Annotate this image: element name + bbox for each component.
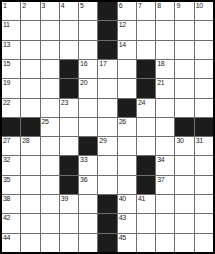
white-cell-r2-c7[interactable]: 12 bbox=[118, 21, 136, 39]
white-cell-r1-c4[interactable]: 4 bbox=[60, 2, 78, 20]
clue-number-11: 11 bbox=[3, 21, 10, 29]
white-cell-r8-c10[interactable]: 30 bbox=[175, 137, 193, 155]
white-cell-r6-c5[interactable] bbox=[79, 99, 97, 117]
clue-number-12: 12 bbox=[119, 21, 126, 29]
white-cell-r3-c10[interactable] bbox=[175, 41, 193, 59]
white-cell-r6-c8[interactable]: 24 bbox=[137, 99, 155, 117]
black-cell-r7-c1 bbox=[2, 118, 20, 136]
white-cell-r7-c8[interactable] bbox=[137, 118, 155, 136]
clue-number-28: 28 bbox=[22, 137, 29, 145]
white-cell-r1-c1[interactable]: 1 bbox=[2, 2, 20, 20]
black-cell-r4-c8 bbox=[137, 60, 155, 78]
crossword-page: 1234567891011121314151617181920212223242… bbox=[0, 0, 215, 254]
white-cell-r8-c4[interactable] bbox=[60, 137, 78, 155]
clue-number-16: 16 bbox=[80, 60, 87, 68]
white-cell-r8-c7[interactable] bbox=[118, 137, 136, 155]
clue-number-43: 43 bbox=[119, 214, 126, 222]
black-cell-r13-c6 bbox=[98, 234, 116, 252]
white-cell-r10-c5[interactable]: 36 bbox=[79, 176, 97, 194]
clue-number-2: 2 bbox=[22, 2, 26, 10]
white-cell-r8-c11[interactable]: 31 bbox=[195, 137, 213, 155]
white-cell-r3-c9[interactable] bbox=[156, 41, 174, 59]
white-cell-r3-c11[interactable] bbox=[195, 41, 213, 59]
white-cell-r13-c2[interactable] bbox=[21, 234, 39, 252]
crossword-board: 1234567891011121314151617181920212223242… bbox=[0, 0, 215, 254]
clue-number-23: 23 bbox=[61, 99, 68, 107]
clue-number-4: 4 bbox=[61, 2, 65, 10]
white-cell-r4-c9[interactable]: 18 bbox=[156, 60, 174, 78]
white-cell-r1-c7[interactable]: 6 bbox=[118, 2, 136, 20]
clue-number-37: 37 bbox=[157, 176, 164, 184]
clue-number-9: 9 bbox=[176, 2, 180, 10]
clue-number-17: 17 bbox=[99, 60, 106, 68]
black-cell-r7-c2 bbox=[21, 118, 39, 136]
white-cell-r1-c5[interactable]: 5 bbox=[79, 2, 97, 20]
clue-number-22: 22 bbox=[3, 99, 10, 107]
white-cell-r5-c5[interactable]: 20 bbox=[79, 79, 97, 97]
clue-number-20: 20 bbox=[80, 79, 87, 87]
clue-number-1: 1 bbox=[3, 2, 7, 10]
white-cell-r4-c3[interactable] bbox=[41, 60, 59, 78]
white-cell-r2-c2[interactable] bbox=[21, 21, 39, 39]
clue-number-33: 33 bbox=[80, 156, 87, 164]
clue-number-39: 39 bbox=[61, 195, 68, 203]
clue-number-15: 15 bbox=[3, 60, 10, 68]
black-cell-r5-c4 bbox=[60, 79, 78, 97]
white-cell-r10-c9[interactable]: 37 bbox=[156, 176, 174, 194]
black-cell-r7-c11 bbox=[195, 118, 213, 136]
black-cell-r8-c5 bbox=[79, 137, 97, 155]
white-cell-r1-c2[interactable]: 2 bbox=[21, 2, 39, 20]
white-cell-r6-c2[interactable] bbox=[21, 99, 39, 117]
white-cell-r9-c10[interactable] bbox=[175, 156, 193, 174]
white-cell-r1-c3[interactable]: 3 bbox=[41, 2, 59, 20]
black-cell-r11-c6 bbox=[98, 195, 116, 213]
white-cell-r13-c11[interactable] bbox=[195, 234, 213, 252]
clue-number-30: 30 bbox=[176, 137, 183, 145]
white-cell-r3-c7[interactable]: 14 bbox=[118, 41, 136, 59]
white-cell-r3-c1[interactable]: 13 bbox=[2, 41, 20, 59]
black-cell-r9-c8 bbox=[137, 156, 155, 174]
white-cell-r3-c5[interactable] bbox=[79, 41, 97, 59]
white-cell-r5-c9[interactable]: 21 bbox=[156, 79, 174, 97]
white-cell-r2-c8[interactable] bbox=[137, 21, 155, 39]
white-cell-r2-c3[interactable] bbox=[41, 21, 59, 39]
white-cell-r7-c7[interactable]: 26 bbox=[118, 118, 136, 136]
black-cell-r5-c8 bbox=[137, 79, 155, 97]
white-cell-r5-c7[interactable] bbox=[118, 79, 136, 97]
white-cell-r13-c10[interactable] bbox=[175, 234, 193, 252]
clue-number-3: 3 bbox=[42, 2, 46, 10]
white-cell-r10-c6[interactable] bbox=[98, 176, 116, 194]
white-cell-r9-c3[interactable] bbox=[41, 156, 59, 174]
white-cell-r13-c1[interactable]: 44 bbox=[2, 234, 20, 252]
clue-number-35: 35 bbox=[3, 176, 10, 184]
clue-number-7: 7 bbox=[138, 2, 142, 10]
clue-number-44: 44 bbox=[3, 234, 10, 242]
white-cell-r1-c9[interactable]: 8 bbox=[156, 2, 174, 20]
clue-number-25: 25 bbox=[42, 118, 49, 126]
clue-number-13: 13 bbox=[3, 41, 10, 49]
clue-number-27: 27 bbox=[3, 137, 10, 145]
white-cell-r11-c3[interactable] bbox=[41, 195, 59, 213]
white-cell-r6-c9[interactable] bbox=[156, 99, 174, 117]
white-cell-r8-c9[interactable] bbox=[156, 137, 174, 155]
white-cell-r5-c2[interactable] bbox=[21, 79, 39, 97]
clue-number-19: 19 bbox=[3, 79, 10, 87]
white-cell-r11-c11[interactable] bbox=[195, 195, 213, 213]
clue-number-29: 29 bbox=[99, 137, 106, 145]
black-cell-r4-c4 bbox=[60, 60, 78, 78]
white-cell-r12-c7[interactable]: 43 bbox=[118, 214, 136, 232]
clue-number-36: 36 bbox=[80, 176, 87, 184]
white-cell-r9-c5[interactable]: 33 bbox=[79, 156, 97, 174]
white-cell-r9-c1[interactable]: 32 bbox=[2, 156, 20, 174]
white-cell-r13-c9[interactable] bbox=[156, 234, 174, 252]
white-cell-r6-c3[interactable] bbox=[41, 99, 59, 117]
clue-number-31: 31 bbox=[196, 137, 203, 145]
white-cell-r7-c4[interactable] bbox=[60, 118, 78, 136]
white-cell-r9-c9[interactable]: 34 bbox=[156, 156, 174, 174]
white-cell-r1-c8[interactable]: 7 bbox=[137, 2, 155, 20]
clue-number-6: 6 bbox=[119, 2, 123, 10]
white-cell-r2-c9[interactable] bbox=[156, 21, 174, 39]
white-cell-r4-c10[interactable] bbox=[175, 60, 193, 78]
white-cell-r3-c3[interactable] bbox=[41, 41, 59, 59]
white-cell-r2-c5[interactable] bbox=[79, 21, 97, 39]
white-cell-r11-c1[interactable]: 38 bbox=[2, 195, 20, 213]
black-cell-r1-c6 bbox=[98, 2, 116, 20]
white-cell-r8-c8[interactable] bbox=[137, 137, 155, 155]
black-cell-r10-c4 bbox=[60, 176, 78, 194]
white-cell-r11-c9[interactable] bbox=[156, 195, 174, 213]
black-cell-r10-c8 bbox=[137, 176, 155, 194]
white-cell-r11-c4[interactable]: 39 bbox=[60, 195, 78, 213]
clue-number-38: 38 bbox=[3, 195, 10, 203]
white-cell-r7-c5[interactable] bbox=[79, 118, 97, 136]
white-cell-r4-c7[interactable] bbox=[118, 60, 136, 78]
white-cell-r6-c11[interactable] bbox=[195, 99, 213, 117]
white-cell-r10-c7[interactable] bbox=[118, 176, 136, 194]
black-cell-r9-c4 bbox=[60, 156, 78, 174]
clue-number-45: 45 bbox=[119, 234, 126, 242]
clue-number-26: 26 bbox=[119, 118, 126, 126]
white-cell-r5-c11[interactable] bbox=[195, 79, 213, 97]
white-cell-r5-c6[interactable] bbox=[98, 79, 116, 97]
white-cell-r8-c6[interactable]: 29 bbox=[98, 137, 116, 155]
clue-number-14: 14 bbox=[119, 41, 126, 49]
white-cell-r8-c2[interactable]: 28 bbox=[21, 137, 39, 155]
white-cell-r10-c2[interactable] bbox=[21, 176, 39, 194]
white-cell-r3-c8[interactable] bbox=[137, 41, 155, 59]
white-cell-r2-c4[interactable] bbox=[60, 21, 78, 39]
white-cell-r3-c4[interactable] bbox=[60, 41, 78, 59]
white-cell-r12-c11[interactable] bbox=[195, 214, 213, 232]
white-cell-r9-c7[interactable] bbox=[118, 156, 136, 174]
white-cell-r9-c11[interactable] bbox=[195, 156, 213, 174]
white-cell-r6-c1[interactable]: 22 bbox=[2, 99, 20, 117]
clue-number-10: 10 bbox=[196, 2, 203, 10]
clue-number-42: 42 bbox=[3, 214, 10, 222]
white-cell-r5-c3[interactable] bbox=[41, 79, 59, 97]
white-cell-r7-c6[interactable] bbox=[98, 118, 116, 136]
clue-number-24: 24 bbox=[138, 99, 145, 107]
black-cell-r3-c6 bbox=[98, 41, 116, 59]
white-cell-r2-c10[interactable] bbox=[175, 21, 193, 39]
clue-number-8: 8 bbox=[157, 2, 161, 10]
white-cell-r4-c11[interactable] bbox=[195, 60, 213, 78]
white-cell-r11-c10[interactable] bbox=[175, 195, 193, 213]
clue-number-32: 32 bbox=[3, 156, 10, 164]
black-cell-r12-c6 bbox=[98, 214, 116, 232]
white-cell-r8-c1[interactable]: 27 bbox=[2, 137, 20, 155]
clue-number-40: 40 bbox=[119, 195, 126, 203]
white-cell-r11-c2[interactable] bbox=[21, 195, 39, 213]
white-cell-r4-c5[interactable]: 16 bbox=[79, 60, 97, 78]
clue-number-18: 18 bbox=[157, 60, 164, 68]
white-cell-r12-c5[interactable] bbox=[79, 214, 97, 232]
white-cell-r6-c10[interactable] bbox=[175, 99, 193, 117]
clue-number-5: 5 bbox=[80, 2, 84, 10]
white-cell-r12-c10[interactable] bbox=[175, 214, 193, 232]
white-cell-r2-c1[interactable]: 11 bbox=[2, 21, 20, 39]
white-cell-r1-c11[interactable]: 10 bbox=[195, 2, 213, 20]
clue-number-41: 41 bbox=[138, 195, 145, 203]
white-cell-r12-c3[interactable] bbox=[41, 214, 59, 232]
black-cell-r7-c10 bbox=[175, 118, 193, 136]
white-cell-r1-c10[interactable]: 9 bbox=[175, 2, 193, 20]
white-cell-r6-c4[interactable]: 23 bbox=[60, 99, 78, 117]
white-cell-r9-c6[interactable] bbox=[98, 156, 116, 174]
white-cell-r12-c9[interactable] bbox=[156, 214, 174, 232]
black-cell-r2-c6 bbox=[98, 21, 116, 39]
white-cell-r8-c3[interactable] bbox=[41, 137, 59, 155]
white-cell-r3-c2[interactable] bbox=[21, 41, 39, 59]
white-cell-r13-c3[interactable] bbox=[41, 234, 59, 252]
white-cell-r12-c4[interactable] bbox=[60, 214, 78, 232]
white-cell-r6-c6[interactable] bbox=[98, 99, 116, 117]
white-cell-r13-c4[interactable] bbox=[60, 234, 78, 252]
white-cell-r9-c2[interactable] bbox=[21, 156, 39, 174]
clue-number-21: 21 bbox=[157, 79, 164, 87]
white-cell-r13-c8[interactable] bbox=[137, 234, 155, 252]
white-cell-r12-c2[interactable] bbox=[21, 214, 39, 232]
white-cell-r12-c8[interactable] bbox=[137, 214, 155, 232]
white-cell-r4-c6[interactable]: 17 bbox=[98, 60, 116, 78]
white-cell-r13-c7[interactable]: 45 bbox=[118, 234, 136, 252]
white-cell-r5-c1[interactable]: 19 bbox=[2, 79, 20, 97]
white-cell-r2-c11[interactable] bbox=[195, 21, 213, 39]
white-cell-r11-c5[interactable] bbox=[79, 195, 97, 213]
white-cell-r10-c10[interactable] bbox=[175, 176, 193, 194]
clue-number-34: 34 bbox=[157, 156, 164, 164]
white-cell-r10-c11[interactable] bbox=[195, 176, 213, 194]
white-cell-r4-c1[interactable]: 15 bbox=[2, 60, 20, 78]
white-cell-r5-c10[interactable] bbox=[175, 79, 193, 97]
white-cell-r10-c1[interactable]: 35 bbox=[2, 176, 20, 194]
white-cell-r10-c3[interactable] bbox=[41, 176, 59, 194]
white-cell-r13-c5[interactable] bbox=[79, 234, 97, 252]
black-cell-r6-c7 bbox=[118, 99, 136, 117]
white-cell-r7-c9[interactable] bbox=[156, 118, 174, 136]
white-cell-r11-c7[interactable]: 40 bbox=[118, 195, 136, 213]
white-cell-r4-c2[interactable] bbox=[21, 60, 39, 78]
white-cell-r12-c1[interactable]: 42 bbox=[2, 214, 20, 232]
white-cell-r7-c3[interactable]: 25 bbox=[41, 118, 59, 136]
white-cell-r11-c8[interactable]: 41 bbox=[137, 195, 155, 213]
